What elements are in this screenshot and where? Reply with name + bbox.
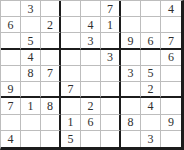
cell-r1c5-empty[interactable] — [81, 1, 101, 17]
cell-r5c6-empty[interactable] — [101, 66, 121, 82]
cell-r2c2-empty[interactable] — [21, 17, 41, 33]
cell-r5c8-given[interactable]: 5 — [141, 66, 161, 82]
cell-r8c8-empty[interactable] — [141, 115, 161, 131]
cell-r5c4-empty[interactable] — [61, 66, 81, 82]
cell-r6c4-given[interactable]: 7 — [61, 82, 81, 98]
cell-r2c4-empty[interactable] — [61, 17, 81, 33]
cell-r3c7-given[interactable]: 9 — [121, 33, 141, 49]
cell-r6c8-given[interactable]: 2 — [141, 82, 161, 98]
cell-r2c6-given[interactable]: 1 — [101, 17, 121, 33]
cell-r2c7-empty[interactable] — [121, 17, 141, 33]
cell-r8c9-given[interactable]: 9 — [161, 115, 181, 131]
cell-r4c8-empty[interactable] — [141, 50, 161, 66]
cell-r9c9-empty[interactable] — [161, 131, 181, 147]
cell-r3c8-given[interactable]: 6 — [141, 33, 161, 49]
cell-r9c7-empty[interactable] — [121, 131, 141, 147]
cell-r7c6-empty[interactable] — [101, 98, 121, 114]
cell-r8c4-given[interactable]: 1 — [61, 115, 81, 131]
sudoku-board: 3746241539674368735972718241689453 — [0, 0, 184, 150]
cell-r1c8-empty[interactable] — [141, 1, 161, 17]
cell-r3c6-empty[interactable] — [101, 33, 121, 49]
cell-r1c2-given[interactable]: 3 — [21, 1, 41, 17]
cell-r9c5-empty[interactable] — [81, 131, 101, 147]
cell-r1c7-empty[interactable] — [121, 1, 141, 17]
cell-r3c5-given[interactable]: 3 — [81, 33, 101, 49]
cell-r7c8-given[interactable]: 4 — [141, 98, 161, 114]
cell-r4c3-empty[interactable] — [41, 50, 61, 66]
cell-r3c2-given[interactable]: 5 — [21, 33, 41, 49]
cell-r7c4-empty[interactable] — [61, 98, 81, 114]
cell-r6c1-given[interactable]: 9 — [1, 82, 21, 98]
cell-r5c1-empty[interactable] — [1, 66, 21, 82]
cell-r4c6-given[interactable]: 3 — [101, 50, 121, 66]
cell-r8c7-given[interactable]: 8 — [121, 115, 141, 131]
cell-r5c2-given[interactable]: 8 — [21, 66, 41, 82]
cell-r6c3-empty[interactable] — [41, 82, 61, 98]
cell-r8c6-empty[interactable] — [101, 115, 121, 131]
cell-r6c2-empty[interactable] — [21, 82, 41, 98]
cell-r7c7-empty[interactable] — [121, 98, 141, 114]
cell-r2c5-given[interactable]: 4 — [81, 17, 101, 33]
cell-r8c3-empty[interactable] — [41, 115, 61, 131]
cell-r5c7-given[interactable]: 3 — [121, 66, 141, 82]
cell-r3c9-given[interactable]: 7 — [161, 33, 181, 49]
cell-r9c1-given[interactable]: 4 — [1, 131, 21, 147]
cell-r4c4-empty[interactable] — [61, 50, 81, 66]
cell-r9c8-given[interactable]: 3 — [141, 131, 161, 147]
cell-r7c5-given[interactable]: 2 — [81, 98, 101, 114]
cell-r6c9-empty[interactable] — [161, 82, 181, 98]
cell-r5c9-empty[interactable] — [161, 66, 181, 82]
cell-r2c8-empty[interactable] — [141, 17, 161, 33]
cell-r4c9-given[interactable]: 6 — [161, 50, 181, 66]
cell-r2c3-given[interactable]: 2 — [41, 17, 61, 33]
cell-r2c9-empty[interactable] — [161, 17, 181, 33]
cell-r3c3-empty[interactable] — [41, 33, 61, 49]
cell-r9c6-empty[interactable] — [101, 131, 121, 147]
cell-r9c2-empty[interactable] — [21, 131, 41, 147]
cell-r1c6-given[interactable]: 7 — [101, 1, 121, 17]
cell-r4c2-given[interactable]: 4 — [21, 50, 41, 66]
cell-r7c9-empty[interactable] — [161, 98, 181, 114]
cell-r7c2-given[interactable]: 1 — [21, 98, 41, 114]
cell-r1c3-empty[interactable] — [41, 1, 61, 17]
cell-r7c1-given[interactable]: 7 — [1, 98, 21, 114]
cell-r1c4-empty[interactable] — [61, 1, 81, 17]
cell-r9c4-given[interactable]: 5 — [61, 131, 81, 147]
cell-r6c5-empty[interactable] — [81, 82, 101, 98]
cell-r5c3-given[interactable]: 7 — [41, 66, 61, 82]
cell-r8c5-given[interactable]: 6 — [81, 115, 101, 131]
cell-r4c5-empty[interactable] — [81, 50, 101, 66]
cell-r4c1-empty[interactable] — [1, 50, 21, 66]
cell-r3c1-empty[interactable] — [1, 33, 21, 49]
cell-r6c6-empty[interactable] — [101, 82, 121, 98]
cell-r5c5-empty[interactable] — [81, 66, 101, 82]
cell-r1c1-empty[interactable] — [1, 1, 21, 17]
cell-r6c7-empty[interactable] — [121, 82, 141, 98]
cell-r1c9-given[interactable]: 4 — [161, 1, 181, 17]
cell-r4c7-empty[interactable] — [121, 50, 141, 66]
cell-r7c3-given[interactable]: 8 — [41, 98, 61, 114]
cell-r3c4-empty[interactable] — [61, 33, 81, 49]
cell-r8c2-empty[interactable] — [21, 115, 41, 131]
cell-r2c1-given[interactable]: 6 — [1, 17, 21, 33]
cell-r8c1-empty[interactable] — [1, 115, 21, 131]
cell-r9c3-empty[interactable] — [41, 131, 61, 147]
